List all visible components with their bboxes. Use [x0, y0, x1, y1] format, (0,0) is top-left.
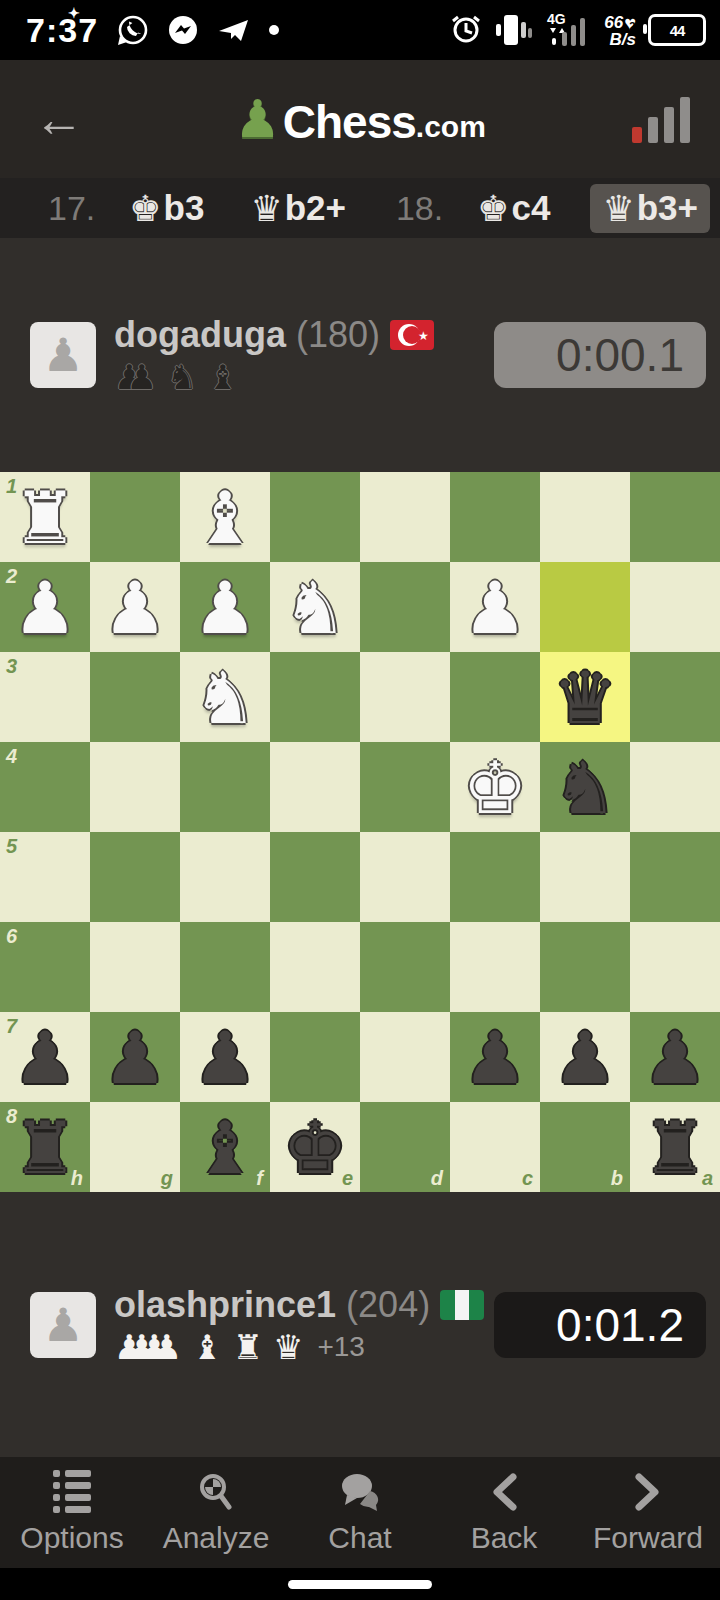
square-f1[interactable]: ♝ — [180, 472, 270, 562]
king-figurine-icon: ♚ — [477, 188, 509, 229]
rank-label: 5 — [6, 835, 17, 858]
queen-figurine-icon: ♛ — [250, 188, 282, 229]
move-back-button[interactable]: Back — [432, 1471, 576, 1555]
material-advantage: +13 — [317, 1331, 365, 1363]
player-rating: (180) — [296, 314, 380, 356]
player-rating: (204) — [346, 1284, 430, 1326]
nigeria-flag-icon — [440, 1290, 484, 1320]
file-label: f — [256, 1167, 263, 1190]
analyze-button[interactable]: Analyze — [144, 1471, 288, 1555]
captured-group: ♞ — [167, 358, 197, 396]
square-e4[interactable] — [270, 742, 360, 832]
messenger-icon — [166, 13, 200, 47]
logo-suffix: .com — [416, 109, 486, 145]
connection-strength-icon — [632, 95, 690, 143]
captured-piece-icon: ♝ — [207, 358, 237, 396]
battery-percent: 44 — [670, 22, 685, 39]
square-d5[interactable] — [360, 832, 450, 922]
piece-bP-a7: ♟ — [630, 1012, 720, 1102]
notification-dot-icon — [268, 24, 280, 36]
square-d8[interactable]: d — [360, 1102, 450, 1192]
logo-text: Chess — [283, 99, 416, 145]
square-f2[interactable]: ♟ — [180, 562, 270, 652]
square-h7[interactable]: 7♟ — [0, 1012, 90, 1102]
player-name: dogaduga — [114, 314, 286, 356]
square-f8[interactable]: f♝ — [180, 1102, 270, 1192]
avatar-pawn-icon: ♟ — [42, 1295, 83, 1355]
piece-wB-f1: ♝ — [180, 472, 270, 562]
square-e3[interactable] — [270, 652, 360, 742]
square-e7[interactable] — [270, 1012, 360, 1102]
file-label: g — [161, 1167, 173, 1190]
file-label: a — [702, 1167, 713, 1190]
piece-wP-f2: ♟ — [180, 562, 270, 652]
file-label: e — [342, 1167, 353, 1190]
captured-group: ♛ — [273, 1328, 303, 1366]
square-e6[interactable] — [270, 922, 360, 1012]
telegram-icon — [216, 13, 252, 47]
rank-label: 1 — [6, 475, 17, 498]
captured-group: ♝ — [192, 1328, 222, 1366]
back-arrow-button[interactable]: ← — [34, 94, 94, 144]
home-indicator[interactable] — [288, 1580, 432, 1589]
king-figurine-icon: ♚ — [129, 188, 161, 229]
piece-wP-c2: ♟ — [450, 562, 540, 652]
svg-text:4G: 4G — [547, 11, 566, 27]
captured-piece-icon: ♞ — [167, 358, 197, 396]
piece-wN-f3: ♞ — [180, 652, 270, 742]
captured-group: ♟♟ — [114, 358, 157, 396]
square-f3[interactable]: ♞ — [180, 652, 270, 742]
square-d7[interactable] — [360, 1012, 450, 1102]
avatar[interactable]: ♟ — [30, 1292, 96, 1358]
status-bar: 7:37✦ — [0, 0, 720, 60]
piece-bQ-b3: ♛ — [540, 652, 630, 742]
player-panel-bottom: ♟ olashprince1 (204) ♟♟♟♟♝♜♛+13 0:01.2 — [0, 1192, 720, 1457]
square-g4[interactable] — [90, 742, 180, 832]
piece-wP-g2: ♟ — [90, 562, 180, 652]
file-label: b — [611, 1167, 623, 1190]
file-label: c — [522, 1167, 533, 1190]
square-b6[interactable] — [540, 922, 630, 1012]
piece-bP-b7: ♟ — [540, 1012, 630, 1102]
white-clock: 0:00.1 — [494, 322, 706, 388]
options-list-icon — [53, 1471, 91, 1513]
square-e5[interactable] — [270, 832, 360, 922]
square-g8[interactable]: g — [90, 1102, 180, 1192]
square-d1[interactable] — [360, 472, 450, 562]
square-b5[interactable] — [540, 832, 630, 922]
square-c7[interactable]: ♟ — [450, 1012, 540, 1102]
square-a5[interactable] — [630, 832, 720, 922]
square-d3[interactable] — [360, 652, 450, 742]
square-a7[interactable]: ♟ — [630, 1012, 720, 1102]
status-deco-icon: ✦ — [68, 5, 81, 21]
square-a8[interactable]: a♜ — [630, 1102, 720, 1192]
move-number: 18. — [396, 189, 443, 228]
chesscom-logo: ♟ Chess .com — [234, 93, 486, 145]
square-c6[interactable] — [450, 922, 540, 1012]
captured-group: ♜ — [232, 1328, 262, 1366]
square-b8[interactable]: b — [540, 1102, 630, 1192]
square-d2[interactable] — [360, 562, 450, 652]
bottom-nav: Options Analyze Chat — [0, 1457, 720, 1568]
whatsapp-icon — [116, 13, 150, 47]
turkey-flag-icon: ★ — [390, 320, 434, 350]
captured-piece-icon: ♝ — [192, 1328, 222, 1366]
chevron-left-icon — [489, 1471, 519, 1513]
piece-bN-b4: ♞ — [540, 742, 630, 832]
gesture-area — [0, 1568, 720, 1600]
captured-group: ♝ — [207, 358, 237, 396]
square-b1[interactable] — [540, 472, 630, 562]
chat-button[interactable]: Chat — [288, 1471, 432, 1555]
move-list: 17. ♚ b3 ♛ b2+ 18. ♚ c4 ♛ b3+ — [0, 178, 720, 238]
square-b3[interactable]: ♛ — [540, 652, 630, 742]
piece-wK-c4: ♚ — [450, 742, 540, 832]
chevron-right-icon — [633, 1471, 663, 1513]
captured-pieces-bottom: ♟♟♟♟♝♜♛+13 — [114, 1328, 484, 1366]
square-a4[interactable] — [630, 742, 720, 832]
square-d4[interactable] — [360, 742, 450, 832]
piece-bP-f7: ♟ — [180, 1012, 270, 1102]
piece-bP-g7: ♟ — [90, 1012, 180, 1102]
square-a3[interactable] — [630, 652, 720, 742]
square-g1[interactable] — [90, 472, 180, 562]
captured-piece-icon: ♛ — [273, 1328, 303, 1366]
square-e2[interactable]: ♞ — [270, 562, 360, 652]
app-screen: 7:37✦ — [0, 0, 720, 1600]
queen-figurine-icon: ♛ — [602, 188, 634, 229]
captured-piece-icon: ♟ — [126, 358, 156, 396]
captured-group: ♟♟♟♟ — [114, 1328, 182, 1366]
square-c2[interactable]: ♟ — [450, 562, 540, 652]
square-f4[interactable] — [180, 742, 270, 832]
square-h4[interactable]: 4 — [0, 742, 90, 832]
square-h2[interactable]: 2♟ — [0, 562, 90, 652]
mobile-signal-4g-icon: 4G — [546, 10, 592, 50]
square-a1[interactable] — [630, 472, 720, 562]
square-b4[interactable]: ♞ — [540, 742, 630, 832]
square-g3[interactable] — [90, 652, 180, 742]
avatar-pawn-icon: ♟ — [42, 325, 83, 385]
square-a2[interactable] — [630, 562, 720, 652]
alarm-icon — [450, 14, 482, 46]
square-c8[interactable]: c — [450, 1102, 540, 1192]
rank-label: 2 — [6, 565, 17, 588]
square-h1[interactable]: 1♜ — [0, 472, 90, 562]
move-17-white[interactable]: ♚ b3 — [121, 186, 212, 231]
logo-pawn-icon: ♟ — [234, 93, 281, 145]
move-17-black[interactable]: ♛ b2+ — [242, 186, 354, 231]
square-h6[interactable]: 6 — [0, 922, 90, 1012]
volume-icon — [494, 10, 534, 50]
captured-pieces-top: ♟♟♞♝ — [114, 358, 434, 396]
rank-label: 8 — [6, 1105, 17, 1128]
move-18-black-current[interactable]: ♛ b3+ — [590, 184, 710, 233]
captured-piece-icon: ♜ — [232, 1328, 262, 1366]
battery-icon: 44 — [648, 14, 706, 46]
file-label: d — [431, 1167, 443, 1190]
square-e1[interactable] — [270, 472, 360, 562]
app-header: ← ♟ Chess .com — [0, 60, 720, 178]
avatar[interactable]: ♟ — [30, 322, 96, 388]
square-h5[interactable]: 5 — [0, 832, 90, 922]
square-d6[interactable] — [360, 922, 450, 1012]
file-label: h — [71, 1167, 83, 1190]
square-b2[interactable] — [540, 562, 630, 652]
square-f7[interactable]: ♟ — [180, 1012, 270, 1102]
square-h8[interactable]: 8h♜ — [0, 1102, 90, 1192]
rank-label: 3 — [6, 655, 17, 678]
square-c1[interactable] — [450, 472, 540, 562]
square-f5[interactable] — [180, 832, 270, 922]
move-number: 17. — [48, 189, 95, 228]
move-forward-button[interactable]: Forward — [576, 1471, 720, 1555]
analyze-magnifier-icon — [195, 1471, 237, 1513]
piece-bP-c7: ♟ — [450, 1012, 540, 1102]
move-18-white[interactable]: ♚ c4 — [469, 186, 558, 231]
options-button[interactable]: Options — [0, 1471, 144, 1555]
square-g6[interactable] — [90, 922, 180, 1012]
black-clock: 0:01.2 — [494, 1292, 706, 1358]
square-c4[interactable]: ♚ — [450, 742, 540, 832]
rank-label: 7 — [6, 1015, 17, 1038]
clock-time: 7:37✦ — [26, 11, 98, 50]
piece-wN-e2: ♞ — [270, 562, 360, 652]
square-e8[interactable]: e♚ — [270, 1102, 360, 1192]
rank-label: 4 — [6, 745, 17, 768]
square-c3[interactable] — [450, 652, 540, 742]
square-f6[interactable] — [180, 922, 270, 1012]
square-b7[interactable]: ♟ — [540, 1012, 630, 1102]
player-panel-top: ♟ dogaduga (180) ★ ♟♟♞♝ 0:00.1 — [0, 238, 720, 472]
chess-board: 1♜♝2♟♟♟♞♟3♞♛4♚♞567♟♟♟♟♟♟8h♜gf♝e♚dcba♜ — [0, 472, 720, 1192]
player-name: olashprince1 — [114, 1284, 336, 1326]
chat-bubbles-icon — [337, 1471, 383, 1513]
rank-label: 6 — [6, 925, 17, 948]
heart-badge-icon: ♥2 — [624, 14, 636, 32]
network-speed: 66♥2 B/s — [604, 14, 636, 47]
square-c5[interactable] — [450, 832, 540, 922]
captured-piece-icon: ♟ — [151, 1328, 181, 1366]
square-a6[interactable] — [630, 922, 720, 1012]
square-g2[interactable]: ♟ — [90, 562, 180, 652]
square-h3[interactable]: 3 — [0, 652, 90, 742]
square-g7[interactable]: ♟ — [90, 1012, 180, 1102]
square-g5[interactable] — [90, 832, 180, 922]
